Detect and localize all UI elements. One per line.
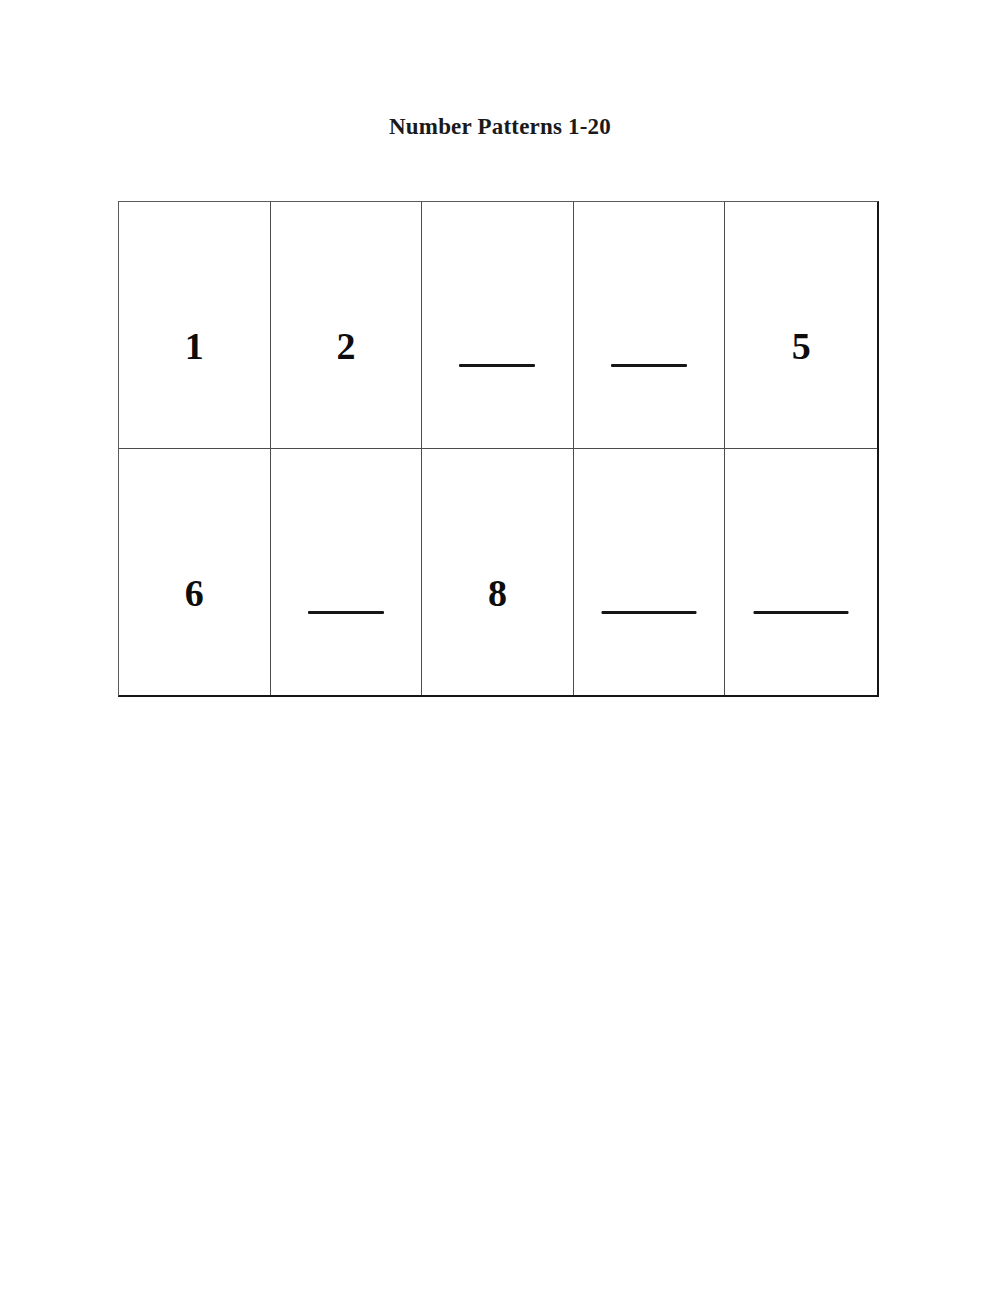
cell-number: 2 — [271, 327, 422, 365]
grid-cell — [574, 202, 726, 449]
cell-number: 5 — [725, 327, 877, 365]
grid-cell: 5 — [725, 202, 877, 449]
grid-cell — [574, 449, 726, 696]
page-title: Number Patterns 1-20 — [0, 114, 1000, 140]
grid-cell — [725, 449, 877, 696]
answer-blank[interactable] — [602, 611, 697, 614]
answer-blank[interactable] — [611, 364, 687, 367]
grid-cell — [271, 449, 423, 696]
grid-cell: 2 — [271, 202, 423, 449]
answer-blank[interactable] — [459, 364, 535, 367]
grid-cell: 8 — [422, 449, 574, 696]
cell-number: 6 — [119, 574, 270, 612]
cell-number: 8 — [422, 574, 573, 612]
grid-cell: 6 — [119, 449, 271, 696]
answer-blank[interactable] — [308, 611, 384, 614]
grid-cell — [422, 202, 574, 449]
answer-blank[interactable] — [754, 611, 849, 614]
cell-number: 1 — [119, 327, 270, 365]
number-grid: 12568 — [118, 201, 879, 697]
grid-cell: 1 — [119, 202, 271, 449]
